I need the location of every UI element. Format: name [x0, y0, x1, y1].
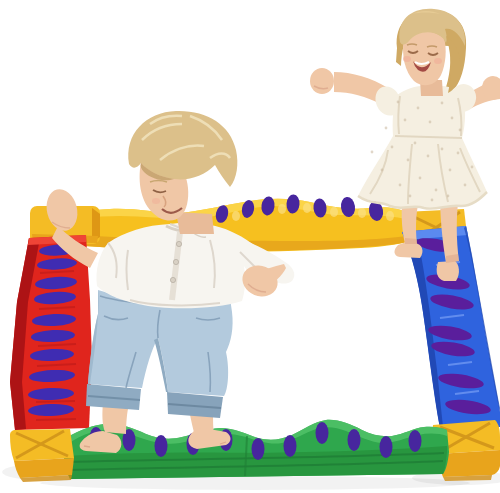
boy-jeans: [86, 290, 233, 418]
scene-svg: kids balance beam set: [0, 0, 500, 493]
product-photo: Two barefoot blond toddlers playing on a…: [0, 0, 500, 493]
girl-dress: [358, 81, 487, 209]
corner-bottom-left: [10, 429, 74, 482]
girl-fist-left: [310, 68, 334, 94]
beam-left-red: [10, 235, 92, 430]
boy-neck: [176, 212, 214, 234]
girl-foot-left: [437, 261, 459, 281]
girl-foot-right: [394, 242, 422, 258]
